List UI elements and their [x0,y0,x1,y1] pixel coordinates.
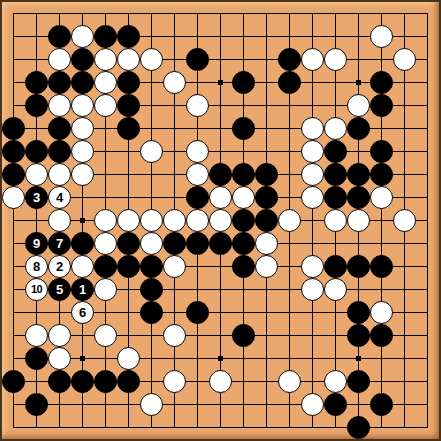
black-stone [25,347,48,370]
white-stone [232,186,255,209]
star-point [218,356,223,361]
black-stone [209,232,232,255]
black-stone [186,48,209,71]
grid-line-vertical [427,13,428,428]
black-stone [370,163,393,186]
black-stone [347,163,370,186]
black-stone [255,186,278,209]
black-stone [117,25,140,48]
black-stone [255,163,278,186]
white-stone [117,209,140,232]
black-stone [48,71,71,94]
black-stone [255,209,278,232]
white-stone [71,140,94,163]
white-stone [25,163,48,186]
white-stone [140,140,163,163]
black-stone [140,255,163,278]
move-number-label: 4 [56,191,63,204]
black-stone [186,301,209,324]
move-number-label: 3 [33,191,40,204]
grid-line-vertical [312,13,313,428]
black-stone [347,416,370,439]
white-stone [278,209,301,232]
white-stone [94,324,117,347]
white-stone [347,209,370,232]
black-stone [347,186,370,209]
white-stone [163,255,186,278]
black-stone [232,117,255,140]
move-10-white-stone: 10 [25,278,48,301]
move-number-label: 1 [79,283,86,296]
black-stone [48,117,71,140]
black-stone [25,94,48,117]
white-stone [301,48,324,71]
black-stone [232,163,255,186]
white-stone [324,278,347,301]
black-stone [117,94,140,117]
white-stone [94,94,117,117]
black-stone [324,140,347,163]
white-stone [163,324,186,347]
move-number-label: 9 [33,237,40,250]
move-number-label: 5 [56,283,63,296]
white-stone [324,209,347,232]
black-stone [140,301,163,324]
black-stone [232,232,255,255]
star-point [218,80,223,85]
black-stone [71,71,94,94]
move-number-label: 8 [33,260,40,273]
black-stone [71,232,94,255]
black-stone [117,255,140,278]
black-stone [370,71,393,94]
move-1-black-stone: 1 [71,278,94,301]
white-stone [140,209,163,232]
white-stone [48,347,71,370]
white-stone [48,209,71,232]
star-point [80,356,85,361]
black-stone [71,370,94,393]
white-stone [324,48,347,71]
white-stone [163,370,186,393]
white-stone [301,255,324,278]
white-stone [2,186,25,209]
white-stone [117,48,140,71]
move-5-black-stone: 5 [48,278,71,301]
white-stone [48,163,71,186]
white-stone [301,163,324,186]
black-stone [209,163,232,186]
black-stone [2,140,25,163]
black-stone [370,393,393,416]
white-stone [324,117,347,140]
white-stone [186,209,209,232]
black-stone [370,140,393,163]
black-stone [347,301,370,324]
black-stone [347,324,370,347]
white-stone [94,71,117,94]
black-stone [94,25,117,48]
black-stone [370,94,393,117]
white-stone [301,278,324,301]
white-stone [209,209,232,232]
white-stone [324,370,347,393]
white-stone [71,94,94,117]
black-stone [370,255,393,278]
white-stone [347,94,370,117]
black-stone [324,393,347,416]
black-stone [278,48,301,71]
white-stone [301,186,324,209]
black-stone [117,71,140,94]
move-3-black-stone: 3 [25,186,48,209]
star-point [356,356,361,361]
white-stone [370,25,393,48]
white-stone [301,117,324,140]
move-number-label: 2 [56,260,63,273]
white-stone [370,301,393,324]
black-stone [94,370,117,393]
white-stone [255,232,278,255]
black-stone [48,25,71,48]
white-stone [48,324,71,347]
white-stone [301,393,324,416]
white-stone [94,278,117,301]
white-stone [393,209,416,232]
black-stone [347,255,370,278]
white-stone [255,255,278,278]
white-stone [140,232,163,255]
white-stone [94,48,117,71]
black-stone [232,71,255,94]
black-stone [186,232,209,255]
white-stone [186,94,209,117]
black-stone [324,255,347,278]
black-stone [278,71,301,94]
black-stone [117,370,140,393]
black-stone [347,370,370,393]
star-point [80,218,85,223]
white-stone [140,393,163,416]
white-stone [48,48,71,71]
move-6-white-stone: 6 [71,301,94,324]
black-stone [71,48,94,71]
black-stone [48,140,71,163]
white-stone [71,25,94,48]
white-stone [94,209,117,232]
black-stone [232,324,255,347]
white-stone [140,48,163,71]
black-stone [347,117,370,140]
black-stone [117,117,140,140]
move-2-white-stone: 2 [48,255,71,278]
black-stone [117,232,140,255]
white-stone [94,232,117,255]
black-stone [324,163,347,186]
white-stone [163,209,186,232]
white-stone [209,186,232,209]
white-stone [71,117,94,140]
white-stone [370,186,393,209]
go-board: 34978210516 [0,0,441,441]
black-stone [2,117,25,140]
white-stone [71,163,94,186]
black-stone [163,232,186,255]
black-stone [140,278,163,301]
move-number-label: 7 [56,237,63,250]
white-stone [186,140,209,163]
white-stone [393,48,416,71]
black-stone [324,186,347,209]
white-stone [186,163,209,186]
move-8-white-stone: 8 [25,255,48,278]
black-stone [25,140,48,163]
white-stone [117,347,140,370]
move-9-black-stone: 9 [25,232,48,255]
move-7-black-stone: 7 [48,232,71,255]
black-stone [94,255,117,278]
black-stone [2,163,25,186]
star-point [356,80,361,85]
black-stone [25,71,48,94]
move-number-label: 10 [31,284,42,295]
white-stone [209,370,232,393]
white-stone [48,94,71,117]
move-4-white-stone: 4 [48,186,71,209]
white-stone [71,255,94,278]
white-stone [301,140,324,163]
move-number-label: 6 [79,306,86,319]
black-stone [232,209,255,232]
black-stone [25,393,48,416]
white-stone [25,324,48,347]
black-stone [232,255,255,278]
black-stone [370,324,393,347]
grid-line-horizontal [13,404,428,405]
white-stone [163,71,186,94]
black-stone [48,370,71,393]
black-stone [186,186,209,209]
white-stone [278,370,301,393]
go-diagram: 34978210516 [0,0,441,441]
black-stone [2,370,25,393]
